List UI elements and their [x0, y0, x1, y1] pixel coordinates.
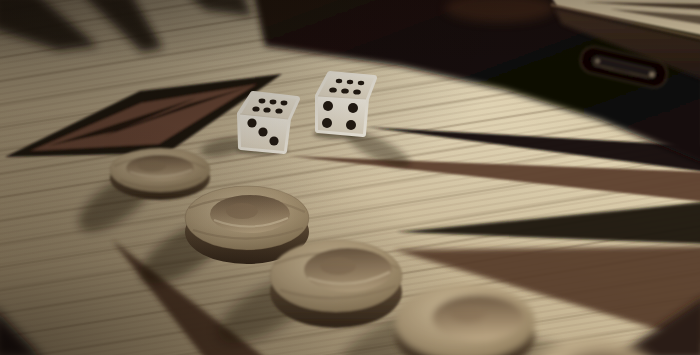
- backgammon-board: [0, 0, 700, 355]
- backgammon-photo: Close-up photograph of a wooden backgamm…: [0, 0, 700, 355]
- vignette: [0, 0, 700, 355]
